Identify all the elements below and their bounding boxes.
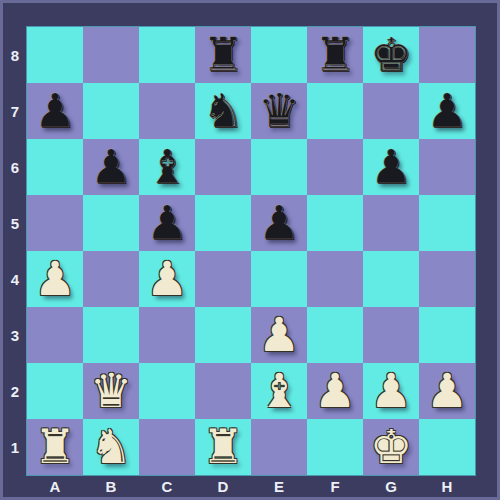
square-g1[interactable]: ♚	[363, 419, 419, 475]
square-b2[interactable]: ♛	[83, 363, 139, 419]
square-f7[interactable]	[307, 83, 363, 139]
piece-black-rook-d8[interactable]: ♜	[202, 27, 244, 83]
square-c5[interactable]: ♟	[139, 195, 195, 251]
piece-white-pawn-g2[interactable]: ♟	[370, 363, 412, 419]
square-a8[interactable]	[27, 27, 83, 83]
square-g4[interactable]	[363, 251, 419, 307]
square-c7[interactable]	[139, 83, 195, 139]
square-g7[interactable]	[363, 83, 419, 139]
piece-black-rook-f8[interactable]: ♜	[314, 27, 356, 83]
piece-white-knight-b1[interactable]: ♞	[90, 419, 132, 475]
square-g3[interactable]	[363, 307, 419, 363]
piece-white-pawn-e3[interactable]: ♟	[258, 307, 300, 363]
square-h4[interactable]	[419, 251, 475, 307]
file-label-g: G	[363, 475, 419, 497]
square-f8[interactable]: ♜	[307, 27, 363, 83]
square-g5[interactable]	[363, 195, 419, 251]
file-label-d: D	[195, 475, 251, 497]
square-a4[interactable]: ♟	[27, 251, 83, 307]
rank-label-1: 1	[3, 419, 27, 475]
square-e6[interactable]	[251, 139, 307, 195]
piece-black-queen-e7[interactable]: ♛	[258, 83, 300, 139]
piece-black-pawn-b6[interactable]: ♟	[90, 139, 132, 195]
piece-black-pawn-h7[interactable]: ♟	[426, 83, 468, 139]
board: ♜♜♚♟♞♛♟♟♝♟♟♟♟♟♟♛♝♟♟♟♜♞♜♚	[27, 27, 475, 475]
square-b6[interactable]: ♟	[83, 139, 139, 195]
square-c3[interactable]	[139, 307, 195, 363]
square-e7[interactable]: ♛	[251, 83, 307, 139]
piece-black-pawn-a7[interactable]: ♟	[34, 83, 76, 139]
file-label-a: A	[27, 475, 83, 497]
square-f1[interactable]	[307, 419, 363, 475]
square-e8[interactable]	[251, 27, 307, 83]
square-g2[interactable]: ♟	[363, 363, 419, 419]
piece-black-bishop-c6[interactable]: ♝	[146, 139, 188, 195]
square-d6[interactable]	[195, 139, 251, 195]
file-label-b: B	[83, 475, 139, 497]
square-d7[interactable]: ♞	[195, 83, 251, 139]
square-a2[interactable]	[27, 363, 83, 419]
square-e4[interactable]	[251, 251, 307, 307]
piece-white-queen-b2[interactable]: ♛	[90, 363, 132, 419]
piece-black-knight-d7[interactable]: ♞	[202, 83, 244, 139]
square-f5[interactable]	[307, 195, 363, 251]
piece-black-pawn-g6[interactable]: ♟	[370, 139, 412, 195]
square-a6[interactable]	[27, 139, 83, 195]
file-label-e: E	[251, 475, 307, 497]
piece-white-pawn-a4[interactable]: ♟	[34, 251, 76, 307]
file-label-f: F	[307, 475, 363, 497]
square-h7[interactable]: ♟	[419, 83, 475, 139]
square-d3[interactable]	[195, 307, 251, 363]
square-d1[interactable]: ♜	[195, 419, 251, 475]
chess-board-frame: 87654321 ♜♜♚♟♞♛♟♟♝♟♟♟♟♟♟♛♝♟♟♟♜♞♜♚ ABCDEF…	[0, 0, 500, 500]
square-e5[interactable]: ♟	[251, 195, 307, 251]
rank-labels: 87654321	[3, 27, 27, 475]
square-c2[interactable]	[139, 363, 195, 419]
square-a3[interactable]	[27, 307, 83, 363]
piece-black-pawn-c5[interactable]: ♟	[146, 195, 188, 251]
square-g8[interactable]: ♚	[363, 27, 419, 83]
square-c4[interactable]: ♟	[139, 251, 195, 307]
square-f2[interactable]: ♟	[307, 363, 363, 419]
piece-white-pawn-f2[interactable]: ♟	[314, 363, 356, 419]
piece-white-pawn-c4[interactable]: ♟	[146, 251, 188, 307]
square-e1[interactable]	[251, 419, 307, 475]
square-f4[interactable]	[307, 251, 363, 307]
square-d8[interactable]: ♜	[195, 27, 251, 83]
square-h8[interactable]	[419, 27, 475, 83]
file-labels: ABCDEFGH	[27, 475, 475, 497]
square-b5[interactable]	[83, 195, 139, 251]
rank-label-5: 5	[3, 195, 27, 251]
square-d5[interactable]	[195, 195, 251, 251]
square-c8[interactable]	[139, 27, 195, 83]
file-label-h: H	[419, 475, 475, 497]
rank-label-7: 7	[3, 83, 27, 139]
piece-black-pawn-e5[interactable]: ♟	[258, 195, 300, 251]
square-a7[interactable]: ♟	[27, 83, 83, 139]
square-d4[interactable]	[195, 251, 251, 307]
square-f6[interactable]	[307, 139, 363, 195]
rank-label-6: 6	[3, 139, 27, 195]
square-h6[interactable]	[419, 139, 475, 195]
piece-black-king-g8[interactable]: ♚	[370, 27, 412, 83]
piece-white-pawn-h2[interactable]: ♟	[426, 363, 468, 419]
square-h5[interactable]	[419, 195, 475, 251]
square-c6[interactable]: ♝	[139, 139, 195, 195]
square-a1[interactable]: ♜	[27, 419, 83, 475]
square-h3[interactable]	[419, 307, 475, 363]
square-e2[interactable]: ♝	[251, 363, 307, 419]
square-e3[interactable]: ♟	[251, 307, 307, 363]
square-g6[interactable]: ♟	[363, 139, 419, 195]
square-h2[interactable]: ♟	[419, 363, 475, 419]
piece-white-rook-a1[interactable]: ♜	[34, 419, 76, 475]
file-label-c: C	[139, 475, 195, 497]
square-b7[interactable]	[83, 83, 139, 139]
piece-white-bishop-e2[interactable]: ♝	[258, 363, 300, 419]
rank-label-3: 3	[3, 307, 27, 363]
rank-label-2: 2	[3, 363, 27, 419]
square-d2[interactable]	[195, 363, 251, 419]
square-f3[interactable]	[307, 307, 363, 363]
rank-label-8: 8	[3, 27, 27, 83]
square-b4[interactable]	[83, 251, 139, 307]
square-c1[interactable]	[139, 419, 195, 475]
square-b3[interactable]	[83, 307, 139, 363]
square-a5[interactable]	[27, 195, 83, 251]
rank-label-4: 4	[3, 251, 27, 307]
square-b1[interactable]: ♞	[83, 419, 139, 475]
piece-white-king-g1[interactable]: ♚	[370, 419, 412, 475]
piece-white-rook-d1[interactable]: ♜	[202, 419, 244, 475]
square-h1[interactable]	[419, 419, 475, 475]
square-b8[interactable]	[83, 27, 139, 83]
